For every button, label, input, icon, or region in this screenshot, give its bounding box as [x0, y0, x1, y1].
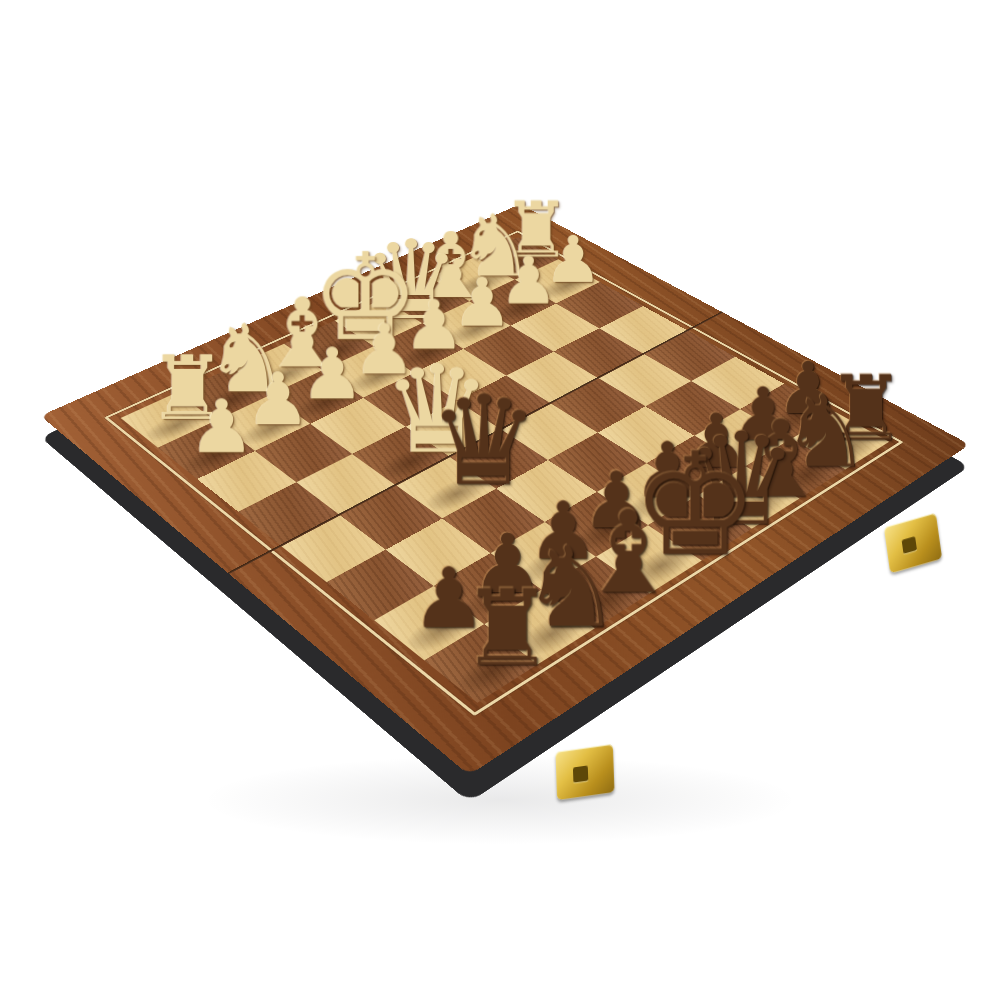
perspective-scene: ♜♞♝♛♚♝♞♜♟♟♟♟♟♟♟♟♛♛♟♟♟♟♟♟♟♟♜♞♝♛♚♝♞♜: [0, 0, 1000, 1000]
chess-board: ♜♞♝♛♚♝♞♜♟♟♟♟♟♟♟♟♛♛♟♟♟♟♟♟♟♟♜♞♝♛♚♝♞♜: [121, 237, 889, 702]
brass-clasp-front: [555, 744, 614, 800]
brass-clasp-slot: [573, 766, 588, 783]
piece-black-rook-h8: ♜: [461, 579, 542, 679]
piece-black-queen-f5: ♛: [428, 381, 500, 499]
board-frame: ♜♞♝♛♚♝♞♜♟♟♟♟♟♟♟♟♛♛♟♟♟♟♟♟♟♟♜♞♝♛♚♝♞♜: [40, 204, 969, 775]
chess-set-product-photo: ♜♞♝♛♚♝♞♜♟♟♟♟♟♟♟♟♛♛♟♟♟♟♟♟♟♟♜♞♝♛♚♝♞♜: [0, 0, 1000, 1000]
piece-white-pawn-h2: ♟: [187, 391, 257, 461]
frame-inlay-border: ♜♞♝♛♚♝♞♜♟♟♟♟♟♟♟♟♛♛♟♟♟♟♟♟♟♟♜♞♝♛♚♝♞♜: [104, 231, 904, 716]
